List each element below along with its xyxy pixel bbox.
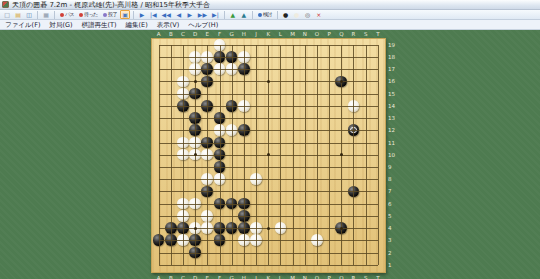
column-label-bottom: K [264, 275, 272, 279]
toolbar: □▤◫▦パス待った投了▣▶|◀◀◀◀▶▶▶▶|▲▲検討●●◎× [0, 10, 540, 20]
column-label-bottom: E [203, 275, 211, 279]
territory-estimate-button[interactable]: ▲ [228, 10, 238, 19]
menu-item-2[interactable]: 棋譜再生(T) [82, 20, 117, 30]
app-window: 天頂の囲碁 7.2m - 梶原武雄(先)-高川格 / 昭和15年秋季大手合 □▤… [0, 0, 540, 279]
column-label-top: J [252, 31, 260, 37]
star-point [267, 80, 270, 83]
column-label-bottom: S [362, 275, 370, 279]
column-label-top: G [228, 31, 236, 37]
column-label-bottom: F [216, 275, 224, 279]
column-label-bottom: P [325, 275, 333, 279]
resign-button-icon [103, 13, 107, 17]
column-label-top: N [301, 31, 309, 37]
column-label-top: S [362, 31, 370, 37]
column-label-top: F [216, 31, 224, 37]
column-label-bottom: J [252, 275, 260, 279]
window-title: 天頂の囲碁 7.2m - 梶原武雄(先)-高川格 / 昭和15年秋季大手合 [12, 0, 210, 10]
study-button-label: 検討 [263, 10, 272, 19]
undo-move-button-label: 待った [84, 10, 98, 19]
column-label-top: E [203, 31, 211, 37]
column-label-bottom: B [167, 275, 175, 279]
go-to-start-button[interactable]: |◀ [148, 10, 159, 19]
print-button[interactable]: ▦ [41, 10, 51, 19]
row-label-right: 8 [388, 176, 398, 182]
back-10-button[interactable]: ◀◀ [160, 10, 173, 19]
menu-item-4[interactable]: 表示(V) [157, 20, 180, 30]
row-label-right: 3 [388, 237, 398, 243]
grid-line-v [378, 45, 379, 265]
app-icon [2, 1, 9, 8]
grid-line-h [159, 191, 378, 192]
undo-move-button-icon [79, 13, 83, 17]
column-label-bottom: L [276, 275, 284, 279]
analysis-mode-button[interactable]: ▣ [120, 10, 130, 19]
grid-line-v [293, 45, 294, 265]
column-label-bottom: O [313, 275, 321, 279]
title-bar[interactable]: 天頂の囲碁 7.2m - 梶原武雄(先)-高川格 / 昭和15年秋季大手合 [0, 0, 540, 10]
row-label-right: 16 [388, 78, 398, 84]
grid-line-h [159, 167, 378, 168]
menu-item-1[interactable]: 対局(G) [49, 20, 72, 30]
study-button-icon [258, 13, 262, 17]
star-point [194, 153, 197, 156]
menu-item-0[interactable]: ファイル(F) [5, 20, 40, 30]
row-label-right: 9 [388, 164, 398, 170]
column-label-top: D [191, 31, 199, 37]
column-label-top: Q [337, 31, 345, 37]
row-label-right: 19 [388, 42, 398, 48]
study-button[interactable]: 検討 [256, 10, 274, 19]
column-label-top: M [289, 31, 297, 37]
column-label-bottom: M [289, 275, 297, 279]
column-label-top: O [313, 31, 321, 37]
row-label-right: 13 [388, 115, 398, 121]
column-label-top: T [374, 31, 382, 37]
delete-button[interactable]: × [314, 10, 324, 19]
column-label-bottom: G [228, 275, 236, 279]
grid-line-v [353, 45, 354, 265]
star-point [267, 227, 270, 230]
open-folder-button[interactable]: ▤ [13, 10, 23, 19]
column-label-bottom: A [155, 275, 163, 279]
row-label-right: 2 [388, 250, 398, 256]
white-stone-button[interactable]: ● [292, 10, 302, 19]
row-label-right: 1 [388, 262, 398, 268]
column-label-top: P [325, 31, 333, 37]
column-label-bottom: T [374, 275, 382, 279]
grid-line-v [317, 45, 318, 265]
row-label-right: 17 [388, 66, 398, 72]
row-label-right: 6 [388, 201, 398, 207]
star-point [194, 80, 197, 83]
column-label-top: R [349, 31, 357, 37]
grid-line-h [159, 253, 378, 254]
forward-10-button[interactable]: ▶▶ [196, 10, 209, 19]
row-label-right: 15 [388, 91, 398, 97]
resign-button[interactable]: 投了 [101, 10, 119, 19]
forward-1-button[interactable]: ▶ [185, 10, 195, 19]
row-label-right: 4 [388, 225, 398, 231]
column-label-bottom: R [349, 275, 357, 279]
column-label-bottom: C [179, 275, 187, 279]
toolbar-separator [54, 11, 55, 19]
row-label-right: 10 [388, 152, 398, 158]
undo-move-button[interactable]: 待った [77, 10, 100, 19]
save-button[interactable]: ◫ [24, 10, 34, 19]
star-point [340, 80, 343, 83]
grid-line-v [305, 45, 306, 265]
black-stone-button[interactable]: ● [281, 10, 291, 19]
column-label-bottom: H [240, 275, 248, 279]
menu-bar: ファイル(F)対局(G)棋譜再生(T)編集(E)表示(V)ヘルプ(H) [0, 20, 540, 30]
mark-stone-button[interactable]: ◎ [303, 10, 313, 19]
grid-line-h [159, 204, 378, 205]
column-label-bottom: N [301, 275, 309, 279]
row-label-right: 5 [388, 213, 398, 219]
board-area: AABBCCDDEEFFGGHHJJKKLLMMNNOOPPQQRRSSTT19… [0, 30, 540, 279]
row-label-right: 12 [388, 127, 398, 133]
grid-line-v [366, 45, 367, 265]
new-file-button[interactable]: □ [2, 10, 12, 19]
column-label-bottom: Q [337, 275, 345, 279]
column-label-top: L [276, 31, 284, 37]
column-label-top: A [155, 31, 163, 37]
column-label-top: H [240, 31, 248, 37]
grid-line-h [159, 179, 378, 180]
column-label-bottom: D [191, 275, 199, 279]
play-button[interactable]: ▶ [137, 10, 147, 19]
resign-button-label: 投了 [108, 10, 117, 19]
row-label-right: 11 [388, 140, 398, 146]
pass-button-label: パス [65, 10, 74, 19]
toolbar-separator [224, 11, 225, 19]
pass-button-icon [60, 13, 64, 17]
grid-line-v [280, 45, 281, 265]
toolbar-separator [252, 11, 253, 19]
row-label-right: 18 [388, 54, 398, 60]
column-label-top: C [179, 31, 187, 37]
toolbar-separator [133, 11, 134, 19]
grid-line-v [329, 45, 330, 265]
move-suggest-button[interactable]: ▲ [239, 10, 249, 19]
menu-item-5[interactable]: ヘルプ(H) [188, 20, 218, 30]
go-to-end-button[interactable]: ▶| [210, 10, 221, 19]
star-point [340, 227, 343, 230]
grid-line-h [159, 265, 378, 266]
row-label-right: 14 [388, 103, 398, 109]
grid-line-h [159, 240, 378, 241]
pass-button[interactable]: パス [58, 10, 76, 19]
menu-item-3[interactable]: 編集(E) [126, 20, 148, 30]
column-label-top: B [167, 31, 175, 37]
back-1-button[interactable]: ◀ [174, 10, 184, 19]
toolbar-separator [37, 11, 38, 19]
row-label-right: 7 [388, 188, 398, 194]
star-point [194, 227, 197, 230]
toolbar-separator [277, 11, 278, 19]
column-label-top: K [264, 31, 272, 37]
grid-line-h [159, 216, 378, 217]
